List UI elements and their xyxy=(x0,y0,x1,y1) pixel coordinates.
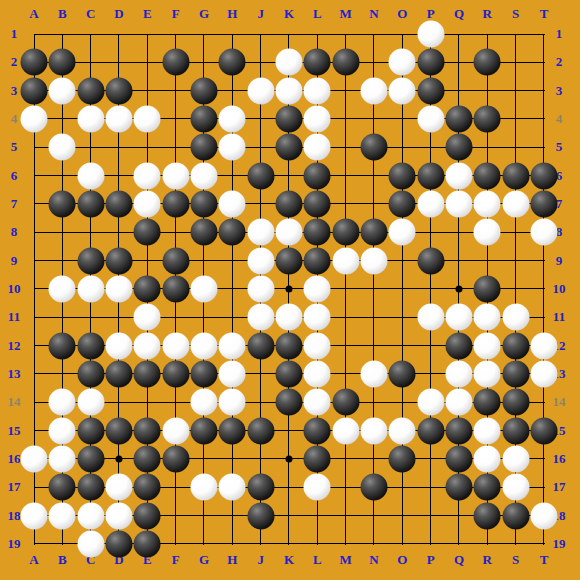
stone-black-K9[interactable] xyxy=(275,247,302,274)
row-label-left-2: 2 xyxy=(11,54,18,70)
stone-black-F2[interactable] xyxy=(162,49,189,76)
stone-white-F12[interactable] xyxy=(162,332,189,359)
stone-black-J17[interactable] xyxy=(247,474,274,501)
stone-white-H14[interactable] xyxy=(219,389,246,416)
stone-black-K4[interactable] xyxy=(275,105,302,132)
col-label-bottom-Q: Q xyxy=(454,552,464,568)
col-label-top-R: R xyxy=(483,6,492,22)
stone-black-E19[interactable] xyxy=(134,530,161,557)
col-label-bottom-K: K xyxy=(284,552,294,568)
stone-black-Q15[interactable] xyxy=(445,417,472,444)
row-label-left-6: 6 xyxy=(11,168,18,184)
stone-black-O16[interactable] xyxy=(389,445,416,472)
col-label-top-M: M xyxy=(340,6,352,22)
stone-white-J3[interactable] xyxy=(247,77,274,104)
stone-white-P4[interactable] xyxy=(417,105,444,132)
stone-black-S14[interactable] xyxy=(502,389,529,416)
stone-white-E6[interactable] xyxy=(134,162,161,189)
stone-black-E10[interactable] xyxy=(134,275,161,302)
row-label-right-11: 11 xyxy=(553,309,565,325)
star-point-Q10 xyxy=(455,285,462,292)
row-label-left-10: 10 xyxy=(8,281,21,297)
stone-white-H12[interactable] xyxy=(219,332,246,359)
stone-white-G14[interactable] xyxy=(190,389,217,416)
go-board[interactable]: AABBCCDDEEFFGGHHJJKKLLMMNNOOPPQQRRSSTT11… xyxy=(0,0,580,580)
stone-black-L6[interactable] xyxy=(304,162,331,189)
grid-vline xyxy=(373,34,374,545)
stone-white-L17[interactable] xyxy=(304,474,331,501)
stone-black-F16[interactable] xyxy=(162,445,189,472)
col-label-bottom-T: T xyxy=(540,552,549,568)
stone-black-F9[interactable] xyxy=(162,247,189,274)
stone-white-N3[interactable] xyxy=(360,77,387,104)
stone-white-L12[interactable] xyxy=(304,332,331,359)
stone-black-Q4[interactable] xyxy=(445,105,472,132)
stone-black-D15[interactable] xyxy=(105,417,132,444)
stone-black-C15[interactable] xyxy=(77,417,104,444)
stone-black-L15[interactable] xyxy=(304,417,331,444)
stone-black-Q5[interactable] xyxy=(445,134,472,161)
stone-white-O3[interactable] xyxy=(389,77,416,104)
stone-black-Q17[interactable] xyxy=(445,474,472,501)
col-label-bottom-N: N xyxy=(369,552,378,568)
grid-vline xyxy=(543,34,544,545)
col-label-bottom-B: B xyxy=(58,552,67,568)
stone-black-M2[interactable] xyxy=(332,49,359,76)
stone-white-B18[interactable] xyxy=(49,502,76,529)
col-label-top-T: T xyxy=(540,6,549,22)
row-label-left-5: 5 xyxy=(11,139,18,155)
stone-black-G7[interactable] xyxy=(190,190,217,217)
row-label-right-9: 9 xyxy=(556,253,563,269)
stone-white-L4[interactable] xyxy=(304,105,331,132)
stone-white-L3[interactable] xyxy=(304,77,331,104)
stone-black-T6[interactable] xyxy=(530,162,557,189)
stone-black-O13[interactable] xyxy=(389,360,416,387)
stone-white-E7[interactable] xyxy=(134,190,161,217)
row-label-left-12: 12 xyxy=(8,338,21,354)
star-point-D16 xyxy=(115,455,122,462)
stone-white-T13[interactable] xyxy=(530,360,557,387)
grid-vline xyxy=(345,34,346,545)
stone-black-B7[interactable] xyxy=(49,190,76,217)
stone-black-L7[interactable] xyxy=(304,190,331,217)
stone-white-T18[interactable] xyxy=(530,502,557,529)
stone-white-M9[interactable] xyxy=(332,247,359,274)
stone-white-L13[interactable] xyxy=(304,360,331,387)
stone-white-L11[interactable] xyxy=(304,304,331,331)
row-label-left-15: 15 xyxy=(8,423,21,439)
stone-black-H15[interactable] xyxy=(219,417,246,444)
stone-black-O6[interactable] xyxy=(389,162,416,189)
stone-black-K12[interactable] xyxy=(275,332,302,359)
stone-white-S11[interactable] xyxy=(502,304,529,331)
stone-black-D9[interactable] xyxy=(105,247,132,274)
stone-black-M14[interactable] xyxy=(332,389,359,416)
stone-black-K14[interactable] xyxy=(275,389,302,416)
stone-white-P14[interactable] xyxy=(417,389,444,416)
row-label-left-13: 13 xyxy=(8,366,21,382)
col-label-top-Q: Q xyxy=(454,6,464,22)
stone-black-G5[interactable] xyxy=(190,134,217,161)
stone-white-C10[interactable] xyxy=(77,275,104,302)
stone-black-N17[interactable] xyxy=(360,474,387,501)
stone-black-D19[interactable] xyxy=(105,530,132,557)
stone-white-E4[interactable] xyxy=(134,105,161,132)
stone-black-C3[interactable] xyxy=(77,77,104,104)
stone-black-K5[interactable] xyxy=(275,134,302,161)
stone-white-S7[interactable] xyxy=(502,190,529,217)
row-label-left-8: 8 xyxy=(11,224,18,240)
stone-white-J8[interactable] xyxy=(247,219,274,246)
stone-white-A16[interactable] xyxy=(21,445,48,472)
stone-white-K2[interactable] xyxy=(275,49,302,76)
stone-white-H13[interactable] xyxy=(219,360,246,387)
stone-black-C16[interactable] xyxy=(77,445,104,472)
stone-black-P15[interactable] xyxy=(417,417,444,444)
stone-white-R13[interactable] xyxy=(474,360,501,387)
stone-white-O15[interactable] xyxy=(389,417,416,444)
stone-white-G17[interactable] xyxy=(190,474,217,501)
stone-white-H17[interactable] xyxy=(219,474,246,501)
stone-white-E12[interactable] xyxy=(134,332,161,359)
stone-white-H5[interactable] xyxy=(219,134,246,161)
stone-black-K7[interactable] xyxy=(275,190,302,217)
stone-white-F15[interactable] xyxy=(162,417,189,444)
stone-white-C19[interactable] xyxy=(77,530,104,557)
col-label-top-O: O xyxy=(397,6,407,22)
row-label-right-17: 17 xyxy=(553,479,566,495)
col-label-top-A: A xyxy=(29,6,38,22)
stone-white-R7[interactable] xyxy=(474,190,501,217)
stone-white-D12[interactable] xyxy=(105,332,132,359)
col-label-bottom-L: L xyxy=(313,552,322,568)
stone-black-J6[interactable] xyxy=(247,162,274,189)
stone-black-S6[interactable] xyxy=(502,162,529,189)
stone-black-G13[interactable] xyxy=(190,360,217,387)
stone-black-R18[interactable] xyxy=(474,502,501,529)
stone-white-R16[interactable] xyxy=(474,445,501,472)
stone-black-R10[interactable] xyxy=(474,275,501,302)
stone-black-Q16[interactable] xyxy=(445,445,472,472)
stone-white-G10[interactable] xyxy=(190,275,217,302)
stone-white-P1[interactable] xyxy=(417,21,444,48)
stone-black-S12[interactable] xyxy=(502,332,529,359)
stone-black-E16[interactable] xyxy=(134,445,161,472)
stone-white-N13[interactable] xyxy=(360,360,387,387)
stone-black-D7[interactable] xyxy=(105,190,132,217)
stone-black-A3[interactable] xyxy=(21,77,48,104)
stone-black-F7[interactable] xyxy=(162,190,189,217)
stone-white-K11[interactable] xyxy=(275,304,302,331)
stone-white-L10[interactable] xyxy=(304,275,331,302)
stone-white-R15[interactable] xyxy=(474,417,501,444)
stone-black-E8[interactable] xyxy=(134,219,161,246)
stone-black-T15[interactable] xyxy=(530,417,557,444)
stone-white-F6[interactable] xyxy=(162,162,189,189)
stone-white-K8[interactable] xyxy=(275,219,302,246)
row-label-left-4: 4 xyxy=(11,111,18,127)
stone-black-E13[interactable] xyxy=(134,360,161,387)
stone-black-R17[interactable] xyxy=(474,474,501,501)
stone-black-C12[interactable] xyxy=(77,332,104,359)
col-label-top-E: E xyxy=(143,6,152,22)
row-label-right-4: 4 xyxy=(556,111,563,127)
row-label-left-11: 11 xyxy=(8,309,20,325)
col-label-bottom-S: S xyxy=(512,552,519,568)
stone-black-F13[interactable] xyxy=(162,360,189,387)
stone-black-S15[interactable] xyxy=(502,417,529,444)
stone-white-D10[interactable] xyxy=(105,275,132,302)
row-label-left-18: 18 xyxy=(8,508,21,524)
col-label-bottom-A: A xyxy=(29,552,38,568)
grid-hline xyxy=(34,34,545,35)
stone-white-N15[interactable] xyxy=(360,417,387,444)
stone-white-C4[interactable] xyxy=(77,105,104,132)
stone-black-B17[interactable] xyxy=(49,474,76,501)
stone-black-R14[interactable] xyxy=(474,389,501,416)
row-label-left-16: 16 xyxy=(8,451,21,467)
stone-white-D18[interactable] xyxy=(105,502,132,529)
stone-white-G6[interactable] xyxy=(190,162,217,189)
row-label-left-19: 19 xyxy=(8,536,21,552)
col-label-bottom-O: O xyxy=(397,552,407,568)
col-label-bottom-F: F xyxy=(172,552,180,568)
stone-black-A2[interactable] xyxy=(21,49,48,76)
col-label-top-L: L xyxy=(313,6,322,22)
stone-black-J18[interactable] xyxy=(247,502,274,529)
row-label-left-17: 17 xyxy=(8,479,21,495)
stone-black-G8[interactable] xyxy=(190,219,217,246)
stone-black-R4[interactable] xyxy=(474,105,501,132)
stone-black-B2[interactable] xyxy=(49,49,76,76)
star-point-K16 xyxy=(285,455,292,462)
row-label-right-10: 10 xyxy=(553,281,566,297)
stone-black-R2[interactable] xyxy=(474,49,501,76)
stone-black-G4[interactable] xyxy=(190,105,217,132)
col-label-top-N: N xyxy=(369,6,378,22)
stone-black-C17[interactable] xyxy=(77,474,104,501)
stone-white-M15[interactable] xyxy=(332,417,359,444)
stone-black-R6[interactable] xyxy=(474,162,501,189)
row-label-left-9: 9 xyxy=(11,253,18,269)
col-label-top-J: J xyxy=(257,6,264,22)
stone-white-J11[interactable] xyxy=(247,304,274,331)
row-label-left-7: 7 xyxy=(11,196,18,212)
stone-white-B10[interactable] xyxy=(49,275,76,302)
col-label-top-C: C xyxy=(86,6,95,22)
star-point-K10 xyxy=(285,285,292,292)
stone-black-S18[interactable] xyxy=(502,502,529,529)
stone-white-T8[interactable] xyxy=(530,219,557,246)
stone-black-E17[interactable] xyxy=(134,474,161,501)
stone-black-P6[interactable] xyxy=(417,162,444,189)
col-label-top-G: G xyxy=(199,6,209,22)
row-label-right-1: 1 xyxy=(556,26,563,42)
col-label-top-B: B xyxy=(58,6,67,22)
stone-white-Q14[interactable] xyxy=(445,389,472,416)
stone-black-B12[interactable] xyxy=(49,332,76,359)
stone-white-H7[interactable] xyxy=(219,190,246,217)
stone-white-G12[interactable] xyxy=(190,332,217,359)
stone-black-N8[interactable] xyxy=(360,219,387,246)
stone-white-A18[interactable] xyxy=(21,502,48,529)
stone-black-P2[interactable] xyxy=(417,49,444,76)
stone-black-D13[interactable] xyxy=(105,360,132,387)
row-label-right-3: 3 xyxy=(556,83,563,99)
stone-white-L5[interactable] xyxy=(304,134,331,161)
stone-white-J10[interactable] xyxy=(247,275,274,302)
stone-white-O2[interactable] xyxy=(389,49,416,76)
row-label-right-16: 16 xyxy=(553,451,566,467)
stone-white-Q6[interactable] xyxy=(445,162,472,189)
stone-white-A4[interactable] xyxy=(21,105,48,132)
stone-black-L16[interactable] xyxy=(304,445,331,472)
col-label-bottom-R: R xyxy=(483,552,492,568)
stone-white-P7[interactable] xyxy=(417,190,444,217)
stone-white-C6[interactable] xyxy=(77,162,104,189)
stone-white-Q11[interactable] xyxy=(445,304,472,331)
col-label-top-D: D xyxy=(114,6,123,22)
col-label-top-F: F xyxy=(172,6,180,22)
stone-black-P9[interactable] xyxy=(417,247,444,274)
stone-black-Q12[interactable] xyxy=(445,332,472,359)
stone-black-J15[interactable] xyxy=(247,417,274,444)
stone-white-T12[interactable] xyxy=(530,332,557,359)
stone-black-H2[interactable] xyxy=(219,49,246,76)
stone-black-G3[interactable] xyxy=(190,77,217,104)
stone-black-E18[interactable] xyxy=(134,502,161,529)
stone-white-D17[interactable] xyxy=(105,474,132,501)
col-label-bottom-G: G xyxy=(199,552,209,568)
stone-black-L2[interactable] xyxy=(304,49,331,76)
stone-white-O8[interactable] xyxy=(389,219,416,246)
stone-black-G15[interactable] xyxy=(190,417,217,444)
row-label-left-14: 14 xyxy=(8,394,21,410)
row-label-right-2: 2 xyxy=(556,54,563,70)
stone-white-Q7[interactable] xyxy=(445,190,472,217)
stone-white-H4[interactable] xyxy=(219,105,246,132)
stone-white-R8[interactable] xyxy=(474,219,501,246)
stone-white-E11[interactable] xyxy=(134,304,161,331)
stone-black-T7[interactable] xyxy=(530,190,557,217)
stone-black-P3[interactable] xyxy=(417,77,444,104)
col-label-bottom-P: P xyxy=(427,552,435,568)
col-label-bottom-J: J xyxy=(257,552,264,568)
row-label-left-1: 1 xyxy=(11,26,18,42)
stone-black-L8[interactable] xyxy=(304,219,331,246)
stone-white-R12[interactable] xyxy=(474,332,501,359)
stone-white-B14[interactable] xyxy=(49,389,76,416)
stone-black-E15[interactable] xyxy=(134,417,161,444)
stone-black-K13[interactable] xyxy=(275,360,302,387)
stone-black-F10[interactable] xyxy=(162,275,189,302)
stone-black-O7[interactable] xyxy=(389,190,416,217)
stone-white-Q13[interactable] xyxy=(445,360,472,387)
stone-white-B3[interactable] xyxy=(49,77,76,104)
col-label-top-H: H xyxy=(227,6,237,22)
stone-black-C9[interactable] xyxy=(77,247,104,274)
stone-white-R11[interactable] xyxy=(474,304,501,331)
stone-white-D4[interactable] xyxy=(105,105,132,132)
row-label-left-3: 3 xyxy=(11,83,18,99)
col-label-bottom-M: M xyxy=(340,552,352,568)
stone-white-N9[interactable] xyxy=(360,247,387,274)
col-label-bottom-H: H xyxy=(227,552,237,568)
stone-black-C13[interactable] xyxy=(77,360,104,387)
stone-white-B5[interactable] xyxy=(49,134,76,161)
stone-white-P11[interactable] xyxy=(417,304,444,331)
stone-white-C14[interactable] xyxy=(77,389,104,416)
row-label-right-5: 5 xyxy=(556,139,563,155)
stone-black-C7[interactable] xyxy=(77,190,104,217)
stone-black-N5[interactable] xyxy=(360,134,387,161)
stone-black-D3[interactable] xyxy=(105,77,132,104)
stone-white-J9[interactable] xyxy=(247,247,274,274)
stone-white-B15[interactable] xyxy=(49,417,76,444)
stone-white-L14[interactable] xyxy=(304,389,331,416)
stone-black-S13[interactable] xyxy=(502,360,529,387)
stone-white-C18[interactable] xyxy=(77,502,104,529)
col-label-top-S: S xyxy=(512,6,519,22)
row-label-right-19: 19 xyxy=(553,536,566,552)
col-label-top-K: K xyxy=(284,6,294,22)
stone-white-K3[interactable] xyxy=(275,77,302,104)
stone-black-M8[interactable] xyxy=(332,219,359,246)
stone-white-S16[interactable] xyxy=(502,445,529,472)
stone-white-B16[interactable] xyxy=(49,445,76,472)
stone-black-L9[interactable] xyxy=(304,247,331,274)
stone-white-S17[interactable] xyxy=(502,474,529,501)
row-label-right-14: 14 xyxy=(553,394,566,410)
stone-black-J12[interactable] xyxy=(247,332,274,359)
stone-black-H8[interactable] xyxy=(219,219,246,246)
